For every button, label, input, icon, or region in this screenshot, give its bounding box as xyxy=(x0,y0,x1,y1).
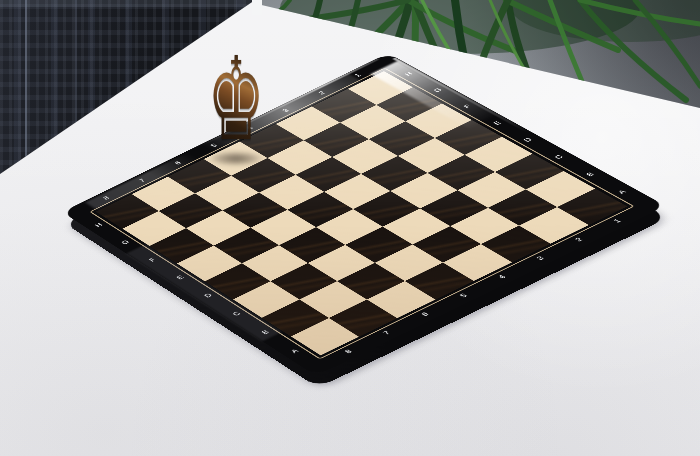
coord-label-tl-7: 7 xyxy=(137,178,146,183)
chessboard: 87654321HGFEDCBA87654321HGFEDCBA xyxy=(62,53,666,376)
coord-label-br-3: 3 xyxy=(535,255,546,261)
coord-label-br-4: 4 xyxy=(497,274,508,280)
coord-label-tr-D: D xyxy=(522,137,533,143)
coord-label-br-2: 2 xyxy=(574,237,585,243)
coord-label-bl-C: C xyxy=(231,311,242,317)
partition-seam xyxy=(75,0,77,178)
coord-label-bl-A: A xyxy=(289,348,300,354)
playing-field xyxy=(96,71,627,355)
coord-label-tr-C: C xyxy=(553,154,565,160)
coord-label-br-1: 1 xyxy=(612,218,623,224)
black-king-piece[interactable]: ♚ xyxy=(178,33,294,169)
king-glyph: ♚ xyxy=(203,33,268,165)
coord-label-tl-2: 2 xyxy=(317,90,327,95)
coord-label-bl-B: B xyxy=(260,329,271,335)
coord-label-tr-G: G xyxy=(432,87,443,93)
coord-label-br-6: 6 xyxy=(420,311,430,317)
coord-label-tr-B: B xyxy=(585,171,596,177)
coord-label-tr-E: E xyxy=(492,120,503,126)
coord-label-tl-8: 8 xyxy=(102,195,111,200)
coord-label-tl-1: 1 xyxy=(353,73,363,78)
coord-label-tr-F: F xyxy=(462,104,472,109)
coord-label-tr-H: H xyxy=(403,71,414,77)
coord-label-br-8: 8 xyxy=(343,349,353,355)
coord-label-bl-E: E xyxy=(175,275,185,281)
partition-seam xyxy=(25,0,27,178)
photo-scene: 87654321HGFEDCBA87654321HGFEDCBA ♚ xyxy=(0,0,700,456)
coord-label-br-7: 7 xyxy=(382,330,392,336)
coord-label-bl-G: G xyxy=(120,239,131,245)
coord-label-bl-F: F xyxy=(148,257,158,263)
coord-label-bl-D: D xyxy=(203,292,214,298)
wall-edge-strip xyxy=(252,0,262,15)
coord-label-br-5: 5 xyxy=(458,293,468,299)
coord-label-tr-A: A xyxy=(616,189,627,195)
partition-top-rail xyxy=(0,0,258,7)
coord-label-bl-H: H xyxy=(94,222,104,228)
